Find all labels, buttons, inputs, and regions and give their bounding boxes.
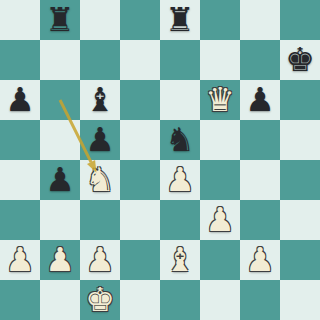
square-e5[interactable]: ♞ [160,120,200,160]
square-e7[interactable] [160,40,200,80]
black-rook[interactable]: ♜ [45,3,75,36]
square-g2[interactable]: ♟ [240,240,280,280]
black-knight[interactable]: ♞ [165,123,195,156]
white-pawn[interactable]: ♟ [45,243,75,276]
square-g6[interactable]: ♟ [240,80,280,120]
square-c5[interactable]: ♟ [80,120,120,160]
white-pawn[interactable]: ♟ [5,243,35,276]
white-pawn[interactable]: ♟ [245,243,275,276]
square-f4[interactable] [200,160,240,200]
square-g7[interactable] [240,40,280,80]
square-d6[interactable] [120,80,160,120]
square-c6[interactable]: ♝ [80,80,120,120]
square-e3[interactable] [160,200,200,240]
square-d3[interactable] [120,200,160,240]
black-pawn[interactable]: ♟ [245,83,275,116]
square-b8[interactable]: ♜ [40,0,80,40]
black-rook[interactable]: ♜ [165,3,195,36]
square-c4[interactable]: ♞ [80,160,120,200]
square-d1[interactable] [120,280,160,320]
square-c8[interactable] [80,0,120,40]
square-f1[interactable] [200,280,240,320]
black-pawn[interactable]: ♟ [5,83,35,116]
square-b3[interactable] [40,200,80,240]
square-c3[interactable] [80,200,120,240]
square-e1[interactable] [160,280,200,320]
chess-board-container: ♜♜♚♟♝♛♟♟♞♟♞♟♟♟♟♟♝♟♚ [0,0,320,320]
black-bishop[interactable]: ♝ [85,83,115,116]
square-a5[interactable] [0,120,40,160]
white-pawn[interactable]: ♟ [205,203,235,236]
white-queen[interactable]: ♛ [205,83,235,116]
square-f6[interactable]: ♛ [200,80,240,120]
square-c1[interactable]: ♚ [80,280,120,320]
square-a8[interactable] [0,0,40,40]
square-a7[interactable] [0,40,40,80]
square-d5[interactable] [120,120,160,160]
square-h5[interactable] [280,120,320,160]
square-b2[interactable]: ♟ [40,240,80,280]
square-h7[interactable]: ♚ [280,40,320,80]
square-h2[interactable] [280,240,320,280]
square-h3[interactable] [280,200,320,240]
square-b1[interactable] [40,280,80,320]
square-h1[interactable] [280,280,320,320]
white-king[interactable]: ♚ [85,283,115,316]
black-king[interactable]: ♚ [285,43,315,76]
square-e4[interactable]: ♟ [160,160,200,200]
square-a4[interactable] [0,160,40,200]
square-f5[interactable] [200,120,240,160]
black-pawn[interactable]: ♟ [45,163,75,196]
square-b6[interactable] [40,80,80,120]
square-b4[interactable]: ♟ [40,160,80,200]
square-g1[interactable] [240,280,280,320]
square-a3[interactable] [0,200,40,240]
square-a6[interactable]: ♟ [0,80,40,120]
square-f3[interactable]: ♟ [200,200,240,240]
square-b5[interactable] [40,120,80,160]
square-b7[interactable] [40,40,80,80]
square-f7[interactable] [200,40,240,80]
square-h8[interactable] [280,0,320,40]
square-e8[interactable]: ♜ [160,0,200,40]
black-pawn[interactable]: ♟ [85,123,115,156]
chess-board: ♜♜♚♟♝♛♟♟♞♟♞♟♟♟♟♟♝♟♚ [0,0,320,320]
white-pawn[interactable]: ♟ [165,163,195,196]
square-e6[interactable] [160,80,200,120]
square-c7[interactable] [80,40,120,80]
square-g3[interactable] [240,200,280,240]
square-d4[interactable] [120,160,160,200]
square-h6[interactable] [280,80,320,120]
square-g5[interactable] [240,120,280,160]
square-d2[interactable] [120,240,160,280]
white-pawn[interactable]: ♟ [85,243,115,276]
square-a1[interactable] [0,280,40,320]
square-g8[interactable] [240,0,280,40]
white-bishop[interactable]: ♝ [165,243,195,276]
white-knight[interactable]: ♞ [85,163,115,196]
square-c2[interactable]: ♟ [80,240,120,280]
square-e2[interactable]: ♝ [160,240,200,280]
square-a2[interactable]: ♟ [0,240,40,280]
square-f2[interactable] [200,240,240,280]
square-h4[interactable] [280,160,320,200]
square-d8[interactable] [120,0,160,40]
square-f8[interactable] [200,0,240,40]
square-d7[interactable] [120,40,160,80]
square-g4[interactable] [240,160,280,200]
